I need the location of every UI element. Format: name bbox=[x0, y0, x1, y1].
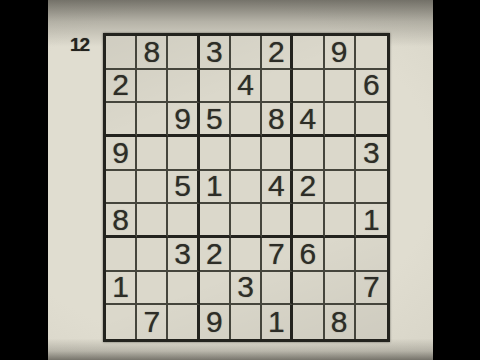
sudoku-cell-r9c6[interactable]: 1 bbox=[262, 305, 293, 339]
sudoku-cell-r3c3[interactable]: 9 bbox=[168, 103, 199, 137]
sudoku-cell-r2c5[interactable]: 4 bbox=[231, 70, 262, 104]
sudoku-cell-r8c8[interactable] bbox=[325, 272, 356, 306]
sudoku-cell-r1c2[interactable]: 8 bbox=[137, 36, 168, 70]
sudoku-cell-r9c4[interactable]: 9 bbox=[200, 305, 231, 339]
sudoku-cell-r2c3[interactable] bbox=[168, 70, 199, 104]
sudoku-cell-r6c9[interactable]: 1 bbox=[356, 204, 387, 238]
sudoku-cell-r3c2[interactable] bbox=[137, 103, 168, 137]
sudoku-cell-r5c4[interactable]: 1 bbox=[200, 171, 231, 205]
sudoku-cell-r6c5[interactable] bbox=[231, 204, 262, 238]
sudoku-cell-r6c2[interactable] bbox=[137, 204, 168, 238]
sudoku-cell-r5c8[interactable] bbox=[325, 171, 356, 205]
sudoku-cell-r7c6[interactable]: 7 bbox=[262, 238, 293, 272]
sudoku-cell-r4c8[interactable] bbox=[325, 137, 356, 171]
sudoku-cell-r8c2[interactable] bbox=[137, 272, 168, 306]
sudoku-board: 832924695849351428132761377918 bbox=[103, 33, 390, 342]
sudoku-cell-r8c7[interactable] bbox=[293, 272, 324, 306]
sudoku-cell-r7c7[interactable]: 6 bbox=[293, 238, 324, 272]
sudoku-cell-r2c4[interactable] bbox=[200, 70, 231, 104]
sudoku-cell-r8c4[interactable] bbox=[200, 272, 231, 306]
sudoku-cell-r1c9[interactable] bbox=[356, 36, 387, 70]
sudoku-cell-r9c2[interactable]: 7 bbox=[137, 305, 168, 339]
sudoku-cell-r8c5[interactable]: 3 bbox=[231, 272, 262, 306]
sudoku-cell-r7c5[interactable] bbox=[231, 238, 262, 272]
sudoku-cell-r5c9[interactable] bbox=[356, 171, 387, 205]
sudoku-cell-r7c1[interactable] bbox=[106, 238, 137, 272]
sudoku-cell-r5c2[interactable] bbox=[137, 171, 168, 205]
sudoku-cell-r6c1[interactable]: 8 bbox=[106, 204, 137, 238]
sudoku-cell-r9c5[interactable] bbox=[231, 305, 262, 339]
sudoku-cell-r9c9[interactable] bbox=[356, 305, 387, 339]
sudoku-cell-r5c7[interactable]: 2 bbox=[293, 171, 324, 205]
sudoku-cell-r3c9[interactable] bbox=[356, 103, 387, 137]
sudoku-cell-r6c3[interactable] bbox=[168, 204, 199, 238]
sudoku-cell-r3c8[interactable] bbox=[325, 103, 356, 137]
sudoku-cell-r2c8[interactable] bbox=[325, 70, 356, 104]
sudoku-cell-r4c1[interactable]: 9 bbox=[106, 137, 137, 171]
sudoku-cell-r1c5[interactable] bbox=[231, 36, 262, 70]
sudoku-cell-r9c8[interactable]: 8 bbox=[325, 305, 356, 339]
sudoku-cell-r3c6[interactable]: 8 bbox=[262, 103, 293, 137]
sudoku-cell-r4c9[interactable]: 3 bbox=[356, 137, 387, 171]
sudoku-cell-r4c6[interactable] bbox=[262, 137, 293, 171]
sudoku-cell-r8c3[interactable] bbox=[168, 272, 199, 306]
sudoku-cell-r3c4[interactable]: 5 bbox=[200, 103, 231, 137]
video-frame: 12 832924695849351428132761377918 bbox=[0, 0, 480, 360]
sudoku-cell-r2c7[interactable] bbox=[293, 70, 324, 104]
sudoku-cell-r1c8[interactable]: 9 bbox=[325, 36, 356, 70]
sudoku-cell-r3c5[interactable] bbox=[231, 103, 262, 137]
sudoku-cell-r5c6[interactable]: 4 bbox=[262, 171, 293, 205]
puzzle-number-label: 12 bbox=[70, 34, 89, 56]
sudoku-cell-r2c9[interactable]: 6 bbox=[356, 70, 387, 104]
sudoku-cell-r1c6[interactable]: 2 bbox=[262, 36, 293, 70]
sudoku-cell-r7c3[interactable]: 3 bbox=[168, 238, 199, 272]
sudoku-cell-r4c2[interactable] bbox=[137, 137, 168, 171]
sudoku-cell-r9c3[interactable] bbox=[168, 305, 199, 339]
sudoku-cell-r8c9[interactable]: 7 bbox=[356, 272, 387, 306]
sudoku-cell-r1c3[interactable] bbox=[168, 36, 199, 70]
sudoku-cell-r5c3[interactable]: 5 bbox=[168, 171, 199, 205]
sudoku-cell-r1c7[interactable] bbox=[293, 36, 324, 70]
sudoku-cell-r6c8[interactable] bbox=[325, 204, 356, 238]
sudoku-cell-r7c4[interactable]: 2 bbox=[200, 238, 231, 272]
sudoku-cell-r6c6[interactable] bbox=[262, 204, 293, 238]
sudoku-cell-r3c7[interactable]: 4 bbox=[293, 103, 324, 137]
sudoku-cell-r5c5[interactable] bbox=[231, 171, 262, 205]
sudoku-cell-r6c4[interactable] bbox=[200, 204, 231, 238]
sudoku-cell-r5c1[interactable] bbox=[106, 171, 137, 205]
sudoku-cell-r4c5[interactable] bbox=[231, 137, 262, 171]
sudoku-cell-r9c7[interactable] bbox=[293, 305, 324, 339]
sudoku-cell-r8c6[interactable] bbox=[262, 272, 293, 306]
sudoku-cell-r7c8[interactable] bbox=[325, 238, 356, 272]
sudoku-cell-r3c1[interactable] bbox=[106, 103, 137, 137]
sudoku-cell-r1c1[interactable] bbox=[106, 36, 137, 70]
sudoku-cell-r7c2[interactable] bbox=[137, 238, 168, 272]
sudoku-cell-r2c6[interactable] bbox=[262, 70, 293, 104]
sudoku-cell-r7c9[interactable] bbox=[356, 238, 387, 272]
sudoku-cell-r4c3[interactable] bbox=[168, 137, 199, 171]
sudoku-cell-r9c1[interactable] bbox=[106, 305, 137, 339]
sudoku-cell-r4c7[interactable] bbox=[293, 137, 324, 171]
sudoku-cell-r2c2[interactable] bbox=[137, 70, 168, 104]
sudoku-cell-r6c7[interactable] bbox=[293, 204, 324, 238]
sudoku-cell-r1c4[interactable]: 3 bbox=[200, 36, 231, 70]
sudoku-cell-r4c4[interactable] bbox=[200, 137, 231, 171]
sudoku-cell-r2c1[interactable]: 2 bbox=[106, 70, 137, 104]
sudoku-cell-r8c1[interactable]: 1 bbox=[106, 272, 137, 306]
puzzle-page: 12 832924695849351428132761377918 bbox=[48, 0, 433, 360]
